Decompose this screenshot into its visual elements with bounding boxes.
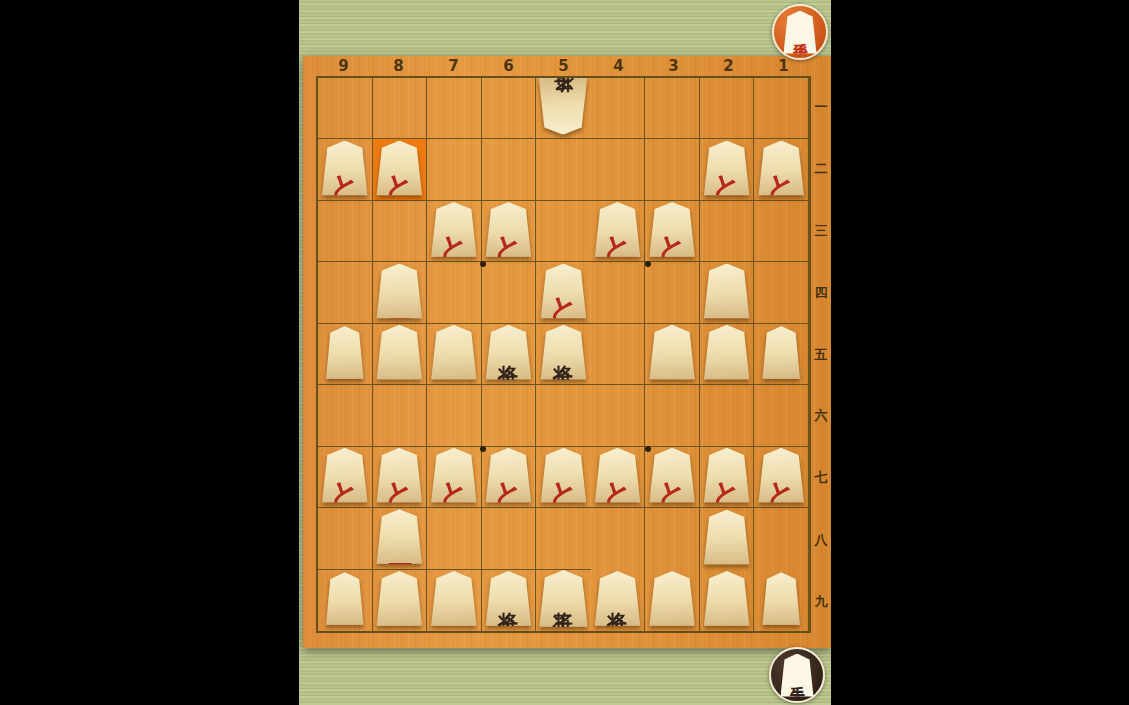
- piece-body: と: [758, 141, 804, 196]
- square-9-3[interactable]: [318, 201, 373, 262]
- piece-body: と: [376, 141, 422, 196]
- square-1-4[interactable]: [754, 262, 809, 323]
- square-7-7[interactable]: と: [427, 447, 482, 508]
- square-5-6[interactable]: [536, 385, 591, 446]
- piece-tokin[interactable]: と: [595, 448, 641, 503]
- square-5-5[interactable]: 金将: [536, 324, 591, 385]
- piece-body: 全: [649, 571, 695, 626]
- piece-kanji: と: [603, 210, 633, 249]
- square-5-3[interactable]: [536, 201, 591, 262]
- piece-kanji: 馬: [384, 534, 414, 539]
- piece-body: 金将: [595, 571, 641, 626]
- square-9-9[interactable]: 杏: [318, 570, 373, 631]
- piece-kanji: と: [766, 148, 796, 187]
- square-8-4[interactable]: 馬: [373, 262, 428, 323]
- square-2-5[interactable]: 圭: [700, 324, 755, 385]
- square-5-2[interactable]: [536, 139, 591, 200]
- piece-kanji: 圭: [384, 350, 414, 355]
- square-8-2[interactable]: と: [373, 139, 428, 200]
- piece-body: と: [758, 448, 804, 503]
- piece-body: と: [540, 263, 586, 318]
- file-label-5: 5: [536, 56, 591, 76]
- piece-tokin[interactable]: と: [649, 448, 695, 503]
- piece-uma-promoted-bishop[interactable]: 馬: [376, 263, 422, 318]
- square-7-4[interactable]: [427, 262, 482, 323]
- piece-kanji: 龍: [712, 288, 742, 293]
- piece-body: 全: [431, 571, 477, 626]
- piece-body: と: [540, 448, 586, 503]
- square-4-2[interactable]: [591, 139, 646, 200]
- piece-kanji: と: [330, 148, 360, 187]
- piece-narikei[interactable]: 圭: [704, 571, 750, 626]
- piece-body: と: [595, 448, 641, 503]
- square-6-2[interactable]: [482, 139, 537, 200]
- piece-kanji: 全: [439, 350, 469, 355]
- piece-kin-gold-general[interactable]: 金将: [595, 571, 641, 626]
- piece-narikyo[interactable]: 杏: [326, 326, 364, 379]
- piece-narikei[interactable]: 圭: [704, 325, 750, 380]
- square-7-2[interactable]: [427, 139, 482, 200]
- piece-body: 圭: [704, 325, 750, 380]
- square-8-9[interactable]: 圭: [373, 570, 428, 631]
- piece-tokin[interactable]: と: [322, 141, 368, 196]
- tatami-background: 後手 987654321 玉将とととととととと馬と龍杏圭全金将金将全圭杏とととと…: [299, 0, 831, 705]
- file-labels: 987654321: [316, 56, 811, 76]
- square-2-1[interactable]: [700, 78, 755, 139]
- square-8-5[interactable]: 圭: [373, 324, 428, 385]
- square-5-7[interactable]: と: [536, 447, 591, 508]
- piece-body: と: [431, 202, 477, 257]
- piece-kanji: と: [548, 456, 578, 495]
- piece-kanji: 馬: [384, 288, 414, 293]
- piece-ryu-promoted-rook[interactable]: 龍: [704, 510, 750, 565]
- square-6-4[interactable]: [482, 262, 537, 323]
- square-8-6[interactable]: [373, 385, 428, 446]
- piece-body: 杏: [326, 326, 364, 379]
- piece-body: 金将: [540, 325, 586, 380]
- piece-body: 玉将: [539, 78, 588, 135]
- piece-kanji: と: [657, 456, 687, 495]
- square-2-4[interactable]: 龍: [700, 262, 755, 323]
- piece-body: 全: [649, 325, 695, 380]
- square-1-8[interactable]: [754, 508, 809, 569]
- square-8-3[interactable]: [373, 201, 428, 262]
- piece-body: 金将: [485, 571, 531, 626]
- piece-gyoku-gote-king[interactable]: 玉将: [539, 78, 588, 135]
- square-7-6[interactable]: [427, 385, 482, 446]
- square-4-4[interactable]: [591, 262, 646, 323]
- square-8-7[interactable]: と: [373, 447, 428, 508]
- piece-tokin[interactable]: と: [431, 202, 477, 257]
- piece-kanji: 龍: [712, 535, 742, 540]
- square-7-3[interactable]: と: [427, 201, 482, 262]
- rank-label-1: 一: [811, 76, 831, 138]
- square-4-7[interactable]: と: [591, 447, 646, 508]
- rank-label-9: 九: [811, 571, 831, 633]
- rank-label-7: 七: [811, 447, 831, 509]
- piece-kanji: と: [712, 148, 742, 187]
- square-6-8[interactable]: [482, 508, 537, 569]
- piece-narikyo[interactable]: 杏: [762, 326, 800, 379]
- square-3-7[interactable]: と: [645, 447, 700, 508]
- square-2-8[interactable]: 龍: [700, 508, 755, 569]
- square-9-8[interactable]: [318, 508, 373, 569]
- rank-label-6: 六: [811, 385, 831, 447]
- piece-narigin[interactable]: 全: [431, 571, 477, 626]
- piece-body: と: [649, 448, 695, 503]
- square-4-8[interactable]: [591, 508, 646, 569]
- square-1-2[interactable]: と: [754, 139, 809, 200]
- piece-kanji: 全: [439, 596, 469, 601]
- piece-kanji: と: [657, 210, 687, 249]
- piece-tokin[interactable]: と: [540, 263, 586, 318]
- square-5-9[interactable]: 王将: [536, 570, 591, 631]
- piece-body: 龍: [704, 263, 750, 318]
- piece-tokin[interactable]: と: [485, 448, 531, 503]
- piece-body: と: [595, 202, 641, 257]
- piece-body: と: [376, 448, 422, 503]
- gote-badge-piece-icon: 後手: [784, 11, 817, 54]
- sente-player-badge: 先手: [769, 647, 825, 703]
- piece-body: 龍: [704, 510, 750, 565]
- square-7-8[interactable]: [427, 508, 482, 569]
- piece-kanji: 圭: [712, 350, 742, 355]
- square-2-2[interactable]: と: [700, 139, 755, 200]
- piece-narigin[interactable]: 全: [431, 325, 477, 380]
- square-7-9[interactable]: 全: [427, 570, 482, 631]
- square-2-9[interactable]: 圭: [700, 570, 755, 631]
- square-6-6[interactable]: [482, 385, 537, 446]
- square-1-7[interactable]: と: [754, 447, 809, 508]
- piece-kanji: 全: [657, 596, 687, 601]
- piece-narikei[interactable]: 圭: [376, 325, 422, 380]
- square-7-5[interactable]: 全: [427, 324, 482, 385]
- piece-kanji: と: [493, 210, 523, 249]
- piece-tokin[interactable]: と: [540, 448, 586, 503]
- piece-body: と: [485, 202, 531, 257]
- square-1-1[interactable]: [754, 78, 809, 139]
- piece-kanji: と: [548, 271, 578, 310]
- square-3-2[interactable]: [645, 139, 700, 200]
- piece-tokin[interactable]: と: [376, 448, 422, 503]
- square-6-5[interactable]: 金将: [482, 324, 537, 385]
- piece-body: 杏: [762, 326, 800, 379]
- piece-narikyo[interactable]: 杏: [326, 572, 364, 625]
- piece-body: と: [322, 448, 368, 503]
- piece-tokin[interactable]: と: [595, 202, 641, 257]
- piece-kin-gold-general[interactable]: 金将: [485, 571, 531, 626]
- piece-kanji: と: [603, 456, 633, 495]
- square-8-8[interactable]: 馬: [373, 508, 428, 569]
- piece-body: 金将: [485, 325, 531, 380]
- shogi-board: 987654321 玉将とととととととと馬と龍杏圭全金将金将全圭杏ととととととと…: [303, 56, 831, 648]
- square-4-1[interactable]: [591, 78, 646, 139]
- file-label-4: 4: [591, 56, 646, 76]
- square-1-5[interactable]: 杏: [754, 324, 809, 385]
- gote-player-badge: 後手: [772, 4, 828, 60]
- square-6-9[interactable]: 金将: [482, 570, 537, 631]
- square-5-4[interactable]: と: [536, 262, 591, 323]
- square-6-7[interactable]: と: [482, 447, 537, 508]
- piece-kanji: 全: [657, 350, 687, 355]
- rank-label-8: 八: [811, 509, 831, 571]
- file-label-8: 8: [371, 56, 426, 76]
- piece-kanji: 杏: [330, 350, 360, 355]
- square-5-1[interactable]: 玉将: [536, 78, 591, 139]
- rank-label-2: 二: [811, 138, 831, 200]
- square-4-6[interactable]: [591, 385, 646, 446]
- piece-tokin[interactable]: と: [485, 202, 531, 257]
- piece-tokin[interactable]: と: [758, 141, 804, 196]
- piece-body: 圭: [704, 571, 750, 626]
- piece-kanji: と: [384, 148, 414, 187]
- piece-body: と: [704, 141, 750, 196]
- piece-ou-sente-king[interactable]: 王将: [539, 570, 588, 627]
- square-9-6[interactable]: [318, 385, 373, 446]
- square-3-5[interactable]: 全: [645, 324, 700, 385]
- piece-body: 馬: [376, 263, 422, 318]
- square-9-5[interactable]: 杏: [318, 324, 373, 385]
- piece-ryu-promoted-rook[interactable]: 龍: [704, 263, 750, 318]
- rank-label-3: 三: [811, 200, 831, 262]
- piece-uma-promoted-bishop[interactable]: 馬: [376, 509, 422, 564]
- piece-body: 全: [431, 325, 477, 380]
- piece-kanji: と: [330, 456, 360, 495]
- piece-body: 杏: [326, 572, 364, 625]
- square-9-2[interactable]: と: [318, 139, 373, 200]
- square-3-8[interactable]: [645, 508, 700, 569]
- piece-narikyo[interactable]: 杏: [762, 572, 800, 625]
- square-3-4[interactable]: [645, 262, 700, 323]
- piece-kanji: と: [439, 456, 469, 495]
- hoshi-dot: [480, 261, 486, 267]
- piece-tokin[interactable]: と: [376, 141, 422, 196]
- file-label-2: 2: [701, 56, 756, 76]
- piece-body: と: [485, 448, 531, 503]
- square-4-3[interactable]: と: [591, 201, 646, 262]
- piece-kanji: と: [439, 210, 469, 249]
- square-4-5[interactable]: [591, 324, 646, 385]
- square-5-8[interactable]: [536, 508, 591, 569]
- rank-label-4: 四: [811, 262, 831, 324]
- piece-kanji: 杏: [766, 350, 796, 355]
- square-4-9[interactable]: 金将: [591, 570, 646, 631]
- piece-tokin[interactable]: と: [704, 448, 750, 503]
- square-2-3[interactable]: [700, 201, 755, 262]
- square-2-6[interactable]: [700, 385, 755, 446]
- file-label-6: 6: [481, 56, 536, 76]
- piece-narigin[interactable]: 全: [649, 325, 695, 380]
- piece-body: 王将: [539, 570, 588, 627]
- square-9-1[interactable]: [318, 78, 373, 139]
- piece-body: と: [649, 202, 695, 257]
- piece-narigin[interactable]: 全: [649, 571, 695, 626]
- square-6-1[interactable]: [482, 78, 537, 139]
- piece-tokin[interactable]: と: [649, 202, 695, 257]
- piece-body: 圭: [376, 325, 422, 380]
- square-3-9[interactable]: 全: [645, 570, 700, 631]
- square-6-3[interactable]: と: [482, 201, 537, 262]
- piece-body: 圭: [376, 571, 422, 626]
- file-label-7: 7: [426, 56, 481, 76]
- rank-labels: 一二三四五六七八九: [811, 76, 831, 633]
- piece-body: と: [431, 448, 477, 503]
- square-1-9[interactable]: 杏: [754, 570, 809, 631]
- square-3-1[interactable]: [645, 78, 700, 139]
- square-9-7[interactable]: と: [318, 447, 373, 508]
- piece-kanji: 圭: [384, 596, 414, 601]
- piece-kanji: と: [493, 456, 523, 495]
- rank-label-5: 五: [811, 324, 831, 386]
- piece-kanji: と: [712, 456, 742, 495]
- piece-kanji: 杏: [330, 596, 360, 601]
- piece-kanji: と: [384, 456, 414, 495]
- piece-narikei[interactable]: 圭: [376, 571, 422, 626]
- square-3-6[interactable]: [645, 385, 700, 446]
- piece-tokin[interactable]: と: [704, 141, 750, 196]
- square-2-7[interactable]: と: [700, 447, 755, 508]
- piece-kin-gold-general[interactable]: 金将: [485, 325, 531, 380]
- piece-tokin[interactable]: と: [431, 448, 477, 503]
- piece-tokin[interactable]: と: [758, 448, 804, 503]
- square-9-4[interactable]: [318, 262, 373, 323]
- piece-body: と: [704, 448, 750, 503]
- square-3-3[interactable]: と: [645, 201, 700, 262]
- piece-kin-gold-general[interactable]: 金将: [540, 325, 586, 380]
- piece-body: と: [322, 141, 368, 196]
- piece-kanji: 杏: [766, 596, 796, 601]
- square-1-6[interactable]: [754, 385, 809, 446]
- piece-body: 馬: [376, 509, 422, 564]
- piece-kanji: と: [766, 456, 796, 495]
- file-label-3: 3: [646, 56, 701, 76]
- sente-badge-piece-icon: 先手: [781, 654, 814, 697]
- square-8-1[interactable]: [373, 78, 428, 139]
- piece-kanji: 圭: [712, 596, 742, 601]
- square-1-3[interactable]: [754, 201, 809, 262]
- hoshi-dot: [645, 261, 651, 267]
- piece-tokin[interactable]: と: [322, 448, 368, 503]
- file-label-9: 9: [316, 56, 371, 76]
- square-7-1[interactable]: [427, 78, 482, 139]
- board-grid: 玉将とととととととと馬と龍杏圭全金将金将全圭杏ととととととととと馬龍杏圭全金将王…: [316, 76, 811, 633]
- piece-body: 杏: [762, 572, 800, 625]
